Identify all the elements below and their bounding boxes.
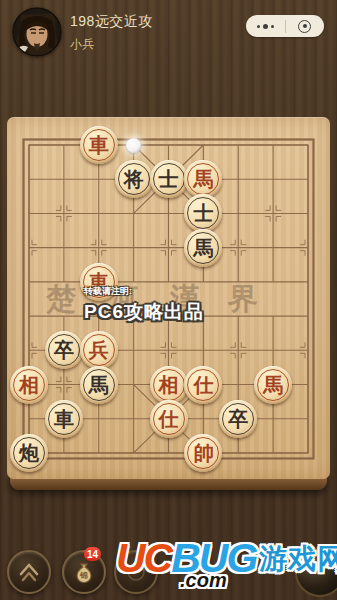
game-screen: 198远交近攻 小兵 楚河漢界 車将士馬士馬車卒兵相馬相仕馬車仕卒炮帥 转载请注…	[0, 0, 337, 600]
piece-red-advisor[interactable]: 仕	[184, 366, 222, 404]
difficulty-label: 小兵	[70, 36, 94, 53]
piece-black-pawn[interactable]: 卒	[45, 331, 83, 369]
dot-icon	[257, 25, 260, 28]
piece-black-horse[interactable]: 馬	[184, 229, 222, 267]
hint-button[interactable]	[114, 550, 158, 594]
logo-bug: BUG	[171, 538, 256, 579]
piece-red-advisor[interactable]: 仕	[150, 400, 188, 438]
piece-black-horse[interactable]: 馬	[80, 366, 118, 404]
money-bag-icon: 锦	[70, 558, 98, 586]
globe-decoration	[295, 547, 337, 597]
dot-icon	[271, 25, 274, 28]
piece-black-advisor[interactable]: 士	[150, 160, 188, 198]
river-char: 界	[228, 278, 258, 319]
menu-button[interactable]	[7, 550, 51, 594]
logo-tld: .com	[180, 570, 227, 590]
piece-red-horse[interactable]: 馬	[254, 366, 292, 404]
player-avatar	[12, 7, 62, 57]
piece-red-chariot[interactable]: 車	[80, 263, 118, 301]
more-options-button[interactable]	[246, 15, 285, 37]
piece-red-pawn[interactable]: 兵	[80, 331, 118, 369]
river-char: 漢	[170, 278, 200, 319]
dot-icon	[263, 24, 268, 29]
bag-badge: 14	[84, 547, 101, 561]
piece-black-chariot[interactable]: 車	[45, 400, 83, 438]
xiangqi-board[interactable]: 楚河漢界 車将士馬士馬車卒兵相馬相仕馬車仕卒炮帥	[7, 117, 330, 479]
last-move-marker	[126, 138, 141, 153]
level-title: 198远交近攻	[70, 13, 153, 31]
chevron-up-icon	[16, 559, 42, 585]
target-icon	[298, 20, 311, 33]
piece-red-elephant[interactable]: 相	[150, 366, 188, 404]
miniprogram-capsule	[246, 15, 324, 37]
svg-text:锦: 锦	[79, 570, 88, 580]
piece-black-cannon[interactable]: 炮	[10, 434, 48, 472]
minimize-button[interactable]	[286, 15, 325, 37]
piece-red-elephant[interactable]: 相	[10, 366, 48, 404]
piece-black-general[interactable]: 将	[115, 160, 153, 198]
piece-red-chariot[interactable]: 車	[80, 126, 118, 164]
hint-icon	[124, 560, 148, 584]
river-char: 楚	[46, 278, 76, 319]
piece-black-pawn[interactable]: 卒	[219, 400, 257, 438]
